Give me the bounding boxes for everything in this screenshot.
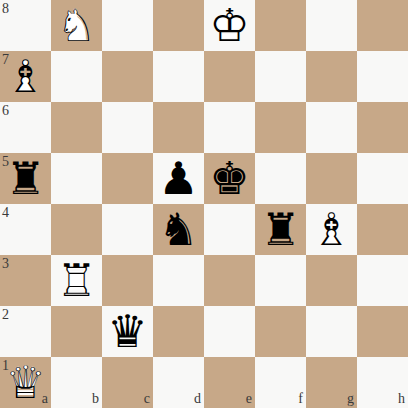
square-e3[interactable] [204,255,255,306]
square-a2[interactable]: 2 [0,306,51,357]
square-b8[interactable]: ♞♘ [51,0,102,51]
square-g5[interactable] [306,153,357,204]
square-f4[interactable]: ♜ [255,204,306,255]
piece-fill-layer: ♛ [102,306,153,357]
square-d2[interactable] [153,306,204,357]
square-a5[interactable]: 5♜ [0,153,51,204]
square-c3[interactable] [102,255,153,306]
square-f6[interactable] [255,102,306,153]
square-d5[interactable]: ♟ [153,153,204,204]
square-d6[interactable] [153,102,204,153]
rank-label-6: 6 [2,104,9,118]
square-f1[interactable]: f [255,357,306,408]
piece-white-queen-icon[interactable]: ♛♕ [0,357,51,408]
square-g7[interactable] [306,51,357,102]
square-g8[interactable] [306,0,357,51]
square-f2[interactable] [255,306,306,357]
square-g2[interactable] [306,306,357,357]
piece-white-bishop-icon[interactable]: ♝♗ [0,51,51,102]
square-b7[interactable] [51,51,102,102]
file-label-c: c [144,392,150,406]
square-h2[interactable] [357,306,408,357]
square-f8[interactable] [255,0,306,51]
rank-label-3: 3 [2,257,9,271]
square-d1[interactable]: d [153,357,204,408]
chess-board: 8♞♘♚♔7♝♗65♜♟♚4♞♜♝♗3♜♖2♛1a♛♕bcdefgh [0,0,408,408]
square-e5[interactable]: ♚ [204,153,255,204]
piece-black-king-icon[interactable]: ♚ [204,153,255,204]
square-f3[interactable] [255,255,306,306]
rank-label-2: 2 [2,308,9,322]
piece-fill-layer: ♚ [204,153,255,204]
square-g3[interactable] [306,255,357,306]
square-a8[interactable]: 8 [0,0,51,51]
square-c1[interactable]: c [102,357,153,408]
square-b6[interactable] [51,102,102,153]
piece-outline-layer: ♕ [0,357,51,408]
square-f7[interactable] [255,51,306,102]
square-e2[interactable] [204,306,255,357]
square-e7[interactable] [204,51,255,102]
piece-white-king-icon[interactable]: ♚♔ [204,0,255,51]
square-d7[interactable] [153,51,204,102]
piece-fill-layer: ♜ [255,204,306,255]
square-h6[interactable] [357,102,408,153]
square-c4[interactable] [102,204,153,255]
piece-black-knight-icon[interactable]: ♞ [153,204,204,255]
square-c7[interactable] [102,51,153,102]
square-h4[interactable] [357,204,408,255]
piece-outline-layer: ♖ [51,255,102,306]
square-a6[interactable]: 6 [0,102,51,153]
square-g4[interactable]: ♝♗ [306,204,357,255]
piece-black-rook-icon[interactable]: ♜ [0,153,51,204]
square-g6[interactable] [306,102,357,153]
file-label-g: g [347,392,354,406]
piece-outline-layer: ♗ [0,51,51,102]
square-c5[interactable] [102,153,153,204]
piece-white-bishop-icon[interactable]: ♝♗ [306,204,357,255]
square-b1[interactable]: b [51,357,102,408]
square-a1[interactable]: 1a♛♕ [0,357,51,408]
square-h8[interactable] [357,0,408,51]
square-e8[interactable]: ♚♔ [204,0,255,51]
square-h5[interactable] [357,153,408,204]
square-c8[interactable] [102,0,153,51]
square-b3[interactable]: ♜♖ [51,255,102,306]
piece-fill-layer: ♟ [153,153,204,204]
square-e6[interactable] [204,102,255,153]
file-label-e: e [246,392,252,406]
square-b5[interactable] [51,153,102,204]
square-b4[interactable] [51,204,102,255]
piece-fill-layer: ♞ [153,204,204,255]
rank-label-4: 4 [2,206,9,220]
piece-white-knight-icon[interactable]: ♞♘ [51,0,102,51]
square-a3[interactable]: 3 [0,255,51,306]
square-g1[interactable]: g [306,357,357,408]
file-label-f: f [298,392,303,406]
piece-outline-layer: ♘ [51,0,102,51]
piece-black-pawn-icon[interactable]: ♟ [153,153,204,204]
square-b2[interactable] [51,306,102,357]
square-h3[interactable] [357,255,408,306]
file-label-h: h [398,392,405,406]
square-d3[interactable] [153,255,204,306]
square-c6[interactable] [102,102,153,153]
square-h7[interactable] [357,51,408,102]
rank-label-8: 8 [2,2,9,16]
piece-black-queen-icon[interactable]: ♛ [102,306,153,357]
square-f5[interactable] [255,153,306,204]
square-c2[interactable]: ♛ [102,306,153,357]
piece-black-rook-icon[interactable]: ♜ [255,204,306,255]
square-a7[interactable]: 7♝♗ [0,51,51,102]
square-a4[interactable]: 4 [0,204,51,255]
piece-outline-layer: ♔ [204,0,255,51]
square-h1[interactable]: h [357,357,408,408]
square-e1[interactable]: e [204,357,255,408]
piece-outline-layer: ♗ [306,204,357,255]
square-d8[interactable] [153,0,204,51]
file-label-d: d [194,392,201,406]
file-label-b: b [92,392,99,406]
piece-fill-layer: ♜ [0,153,51,204]
square-e4[interactable] [204,204,255,255]
square-d4[interactable]: ♞ [153,204,204,255]
piece-white-rook-icon[interactable]: ♜♖ [51,255,102,306]
